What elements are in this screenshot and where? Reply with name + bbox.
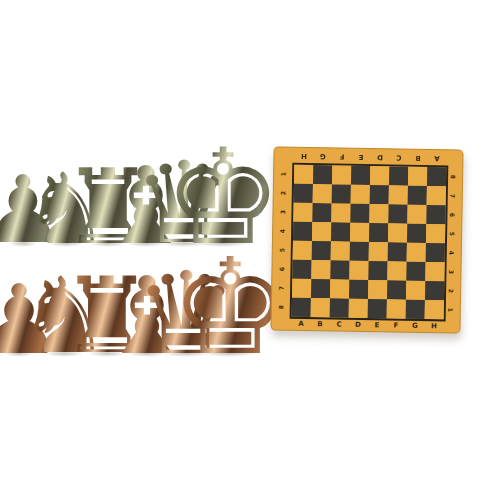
file-label-top-a: A xyxy=(427,152,446,164)
rank-label-left-7: 7 xyxy=(272,281,291,295)
square-f1 xyxy=(387,299,406,318)
square-c6 xyxy=(331,203,350,222)
square-b6 xyxy=(312,203,331,222)
square-g8 xyxy=(408,167,427,186)
product-photo: ♟♞♜♝♛♚♟♞♜♝♛♚ ABCDEFGH 12345678 87654321 … xyxy=(0,0,500,500)
file-label-h: H xyxy=(424,320,443,332)
square-e4 xyxy=(369,242,388,261)
file-label-top-e: E xyxy=(351,151,370,163)
square-b2 xyxy=(311,279,330,298)
file-label-top-h: H xyxy=(294,150,313,162)
file-label-d: D xyxy=(348,319,367,331)
square-d1 xyxy=(349,299,368,318)
square-d7 xyxy=(351,185,370,204)
rank-label-left-3: 3 xyxy=(273,205,292,219)
rank-label-right-7: 7 xyxy=(443,189,462,203)
rank-label-right-3: 3 xyxy=(442,265,461,279)
rank-label-left-4: 4 xyxy=(273,224,292,238)
square-a4 xyxy=(293,241,312,260)
square-g7 xyxy=(408,186,427,205)
square-a6 xyxy=(293,203,312,222)
square-e1 xyxy=(368,299,387,318)
file-label-top-f: F xyxy=(332,150,351,162)
rank-label-right-5: 5 xyxy=(442,227,461,241)
rank-label-left-5: 5 xyxy=(272,243,291,257)
square-d8 xyxy=(351,166,370,185)
square-b1 xyxy=(311,298,330,317)
square-d5 xyxy=(350,223,369,242)
square-g3 xyxy=(406,262,425,281)
file-label-top-d: D xyxy=(370,151,389,163)
board-ranks-left: 12345678 xyxy=(274,164,291,316)
square-g4 xyxy=(407,243,426,262)
square-c1 xyxy=(330,298,349,317)
square-c7 xyxy=(332,184,351,203)
square-b3 xyxy=(311,260,330,279)
square-g5 xyxy=(407,224,426,243)
square-f6 xyxy=(388,204,407,223)
square-e3 xyxy=(368,261,387,280)
square-b5 xyxy=(312,222,331,241)
file-label-b: B xyxy=(310,318,329,330)
file-label-top-b: B xyxy=(408,152,427,164)
square-e8 xyxy=(370,166,389,185)
square-g1 xyxy=(406,300,425,319)
rank-label-right-6: 6 xyxy=(443,208,462,222)
file-label-top-g: G xyxy=(313,150,332,162)
square-c2 xyxy=(330,279,349,298)
square-f3 xyxy=(387,261,406,280)
square-e2 xyxy=(368,280,387,299)
square-f2 xyxy=(387,280,406,299)
chessboard: ABCDEFGH 12345678 87654321 ABCDEFGH xyxy=(270,146,463,333)
rank-label-right-2: 2 xyxy=(442,284,461,298)
square-a7 xyxy=(294,184,313,203)
board-files-bottom: ABCDEFGH xyxy=(291,318,443,333)
rank-label-left-6: 6 xyxy=(272,262,291,276)
square-f8 xyxy=(389,166,408,185)
board-ranks-right: 87654321 xyxy=(444,167,461,319)
square-d4 xyxy=(350,242,369,261)
square-d6 xyxy=(350,204,369,223)
square-d3 xyxy=(349,261,368,280)
square-f4 xyxy=(388,242,407,261)
board-grid xyxy=(290,163,449,322)
square-b8 xyxy=(313,165,332,184)
square-g6 xyxy=(407,205,426,224)
file-label-top-c: C xyxy=(389,151,408,163)
square-d2 xyxy=(349,280,368,299)
square-c5 xyxy=(331,222,350,241)
square-e6 xyxy=(369,204,388,223)
file-label-g: G xyxy=(405,320,424,332)
square-g2 xyxy=(406,281,425,300)
square-c8 xyxy=(332,165,351,184)
file-label-c: C xyxy=(329,318,348,330)
rank-label-left-1: 1 xyxy=(274,167,293,181)
rank-label-right-8: 8 xyxy=(443,170,462,184)
file-label-a: A xyxy=(291,318,310,330)
square-f7 xyxy=(389,185,408,204)
square-f5 xyxy=(388,223,407,242)
square-a3 xyxy=(292,260,311,279)
rank-label-right-4: 4 xyxy=(442,246,461,260)
square-a5 xyxy=(293,222,312,241)
file-label-e: E xyxy=(367,319,386,331)
square-a8 xyxy=(294,165,313,184)
square-b7 xyxy=(313,184,332,203)
square-e7 xyxy=(370,185,389,204)
square-e5 xyxy=(369,223,388,242)
square-c3 xyxy=(330,260,349,279)
rank-label-left-2: 2 xyxy=(273,186,292,200)
square-a2 xyxy=(292,279,311,298)
square-c4 xyxy=(331,241,350,260)
file-label-f: F xyxy=(386,319,405,331)
square-b4 xyxy=(312,241,331,260)
rank-label-right-1: 1 xyxy=(441,303,460,317)
rank-label-left-8: 8 xyxy=(271,300,290,314)
square-a1 xyxy=(292,298,311,317)
